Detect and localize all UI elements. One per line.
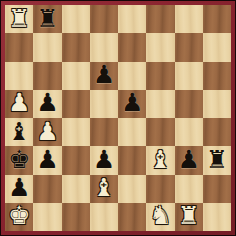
square-b5[interactable]: ♟ [33,90,61,118]
black-rook-b8[interactable]: ♜ [36,6,58,31]
chess-app-window: ♜♜♟♟♟♟♝♟♚♟♟♝♟♜♟♝♚♞♜ [0,0,236,236]
square-g7[interactable] [175,33,203,61]
square-h6[interactable] [203,62,231,90]
square-e3[interactable] [118,146,146,174]
square-a8[interactable]: ♜ [5,5,33,33]
black-rook-h3[interactable]: ♜ [206,147,228,172]
square-e7[interactable] [118,33,146,61]
square-f8[interactable] [146,5,174,33]
square-g3[interactable]: ♟ [175,146,203,174]
square-c5[interactable] [62,90,90,118]
white-rook-g1[interactable]: ♜ [177,203,199,228]
square-d5[interactable] [90,90,118,118]
square-b2[interactable] [33,175,61,203]
black-pawn-a2[interactable]: ♟ [8,175,30,200]
square-c4[interactable] [62,118,90,146]
square-a7[interactable] [5,33,33,61]
black-pawn-g3[interactable]: ♟ [177,147,199,172]
square-a6[interactable] [5,62,33,90]
white-bishop-d2[interactable]: ♝ [93,175,115,200]
white-bishop-f3[interactable]: ♝ [149,147,171,172]
white-king-a1[interactable]: ♚ [8,203,30,228]
square-d3[interactable]: ♟ [90,146,118,174]
black-bishop-a4[interactable]: ♝ [8,119,30,144]
black-pawn-b5[interactable]: ♟ [36,90,58,115]
black-king-a3[interactable]: ♚ [8,147,30,172]
square-b6[interactable] [33,62,61,90]
square-a2[interactable]: ♟ [5,175,33,203]
square-c2[interactable] [62,175,90,203]
board-frame: ♜♜♟♟♟♟♝♟♚♟♟♝♟♜♟♝♚♞♜ [0,0,236,236]
square-g2[interactable] [175,175,203,203]
square-a1[interactable]: ♚ [5,203,33,231]
black-pawn-b3[interactable]: ♟ [36,147,58,172]
square-f2[interactable] [146,175,174,203]
square-a4[interactable]: ♝ [5,118,33,146]
square-d1[interactable] [90,203,118,231]
square-g4[interactable] [175,118,203,146]
square-g8[interactable] [175,5,203,33]
square-e4[interactable] [118,118,146,146]
square-c8[interactable] [62,5,90,33]
square-g6[interactable] [175,62,203,90]
square-b7[interactable] [33,33,61,61]
black-pawn-d3[interactable]: ♟ [93,147,115,172]
square-f1[interactable]: ♞ [146,203,174,231]
square-f7[interactable] [146,33,174,61]
square-g5[interactable] [175,90,203,118]
square-h1[interactable] [203,203,231,231]
chess-board: ♜♜♟♟♟♟♝♟♚♟♟♝♟♜♟♝♚♞♜ [5,5,231,231]
black-pawn-e5[interactable]: ♟ [121,90,143,115]
square-d4[interactable] [90,118,118,146]
square-e5[interactable]: ♟ [118,90,146,118]
square-b1[interactable] [33,203,61,231]
square-c7[interactable] [62,33,90,61]
square-d7[interactable] [90,33,118,61]
square-h7[interactable] [203,33,231,61]
square-f4[interactable] [146,118,174,146]
square-d2[interactable]: ♝ [90,175,118,203]
square-h8[interactable] [203,5,231,33]
square-g1[interactable]: ♜ [175,203,203,231]
square-f3[interactable]: ♝ [146,146,174,174]
square-b3[interactable]: ♟ [33,146,61,174]
white-knight-f1[interactable]: ♞ [149,203,171,228]
square-e2[interactable] [118,175,146,203]
square-h4[interactable] [203,118,231,146]
square-a3[interactable]: ♚ [5,146,33,174]
white-pawn-b4[interactable]: ♟ [36,119,58,144]
white-pawn-a5[interactable]: ♟ [8,90,30,115]
square-e6[interactable] [118,62,146,90]
white-rook-a8[interactable]: ♜ [8,6,30,31]
square-h3[interactable]: ♜ [203,146,231,174]
square-a5[interactable]: ♟ [5,90,33,118]
black-pawn-d6[interactable]: ♟ [93,62,115,87]
square-c1[interactable] [62,203,90,231]
square-f5[interactable] [146,90,174,118]
square-b4[interactable]: ♟ [33,118,61,146]
square-c6[interactable] [62,62,90,90]
square-b8[interactable]: ♜ [33,5,61,33]
square-e1[interactable] [118,203,146,231]
square-h2[interactable] [203,175,231,203]
square-d6[interactable]: ♟ [90,62,118,90]
square-f6[interactable] [146,62,174,90]
square-d8[interactable] [90,5,118,33]
square-e8[interactable] [118,5,146,33]
square-c3[interactable] [62,146,90,174]
square-h5[interactable] [203,90,231,118]
